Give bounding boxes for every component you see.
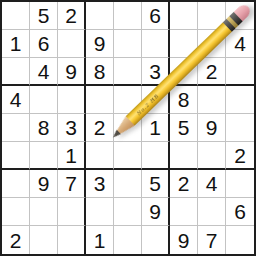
given-digit: 5 bbox=[38, 5, 50, 26]
cell-r5c1[interactable] bbox=[2, 114, 30, 142]
given-digit: 4 bbox=[10, 89, 22, 110]
cell-r6c8[interactable] bbox=[198, 142, 226, 170]
cell-r3c5[interactable] bbox=[114, 58, 142, 86]
cell-r7c5[interactable] bbox=[114, 170, 142, 198]
cell-r1c7[interactable] bbox=[170, 2, 198, 30]
cell-r9c6[interactable] bbox=[142, 226, 170, 254]
cell-r9c3[interactable] bbox=[58, 226, 86, 254]
cell-r3c6[interactable]: 3 bbox=[142, 58, 170, 86]
cell-r7c1[interactable] bbox=[2, 170, 30, 198]
cell-r4c9[interactable] bbox=[226, 86, 254, 114]
cell-r8c1[interactable] bbox=[2, 198, 30, 226]
cell-r1c2[interactable]: 5 bbox=[30, 2, 58, 30]
given-digit: 5 bbox=[149, 173, 161, 194]
cell-r1c6[interactable]: 6 bbox=[142, 2, 170, 30]
cell-r8c4[interactable] bbox=[86, 198, 114, 226]
given-digit: 2 bbox=[178, 173, 190, 194]
cell-r4c8[interactable] bbox=[198, 86, 226, 114]
cell-r4c3[interactable] bbox=[58, 86, 86, 114]
cell-r6c9[interactable]: 2 bbox=[226, 142, 254, 170]
given-digit: 4 bbox=[38, 61, 50, 82]
cell-r3c3[interactable]: 9 bbox=[58, 58, 86, 86]
cell-r5c6[interactable]: 1 bbox=[142, 114, 170, 142]
cell-r9c2[interactable] bbox=[30, 226, 58, 254]
cell-r1c3[interactable]: 2 bbox=[58, 2, 86, 30]
cell-r2c1[interactable]: 1 bbox=[2, 30, 30, 58]
given-digit: 9 bbox=[94, 33, 106, 54]
cell-r6c3[interactable]: 1 bbox=[58, 142, 86, 170]
cell-r2c9[interactable]: 4 bbox=[226, 30, 254, 58]
given-digit: 6 bbox=[38, 33, 50, 54]
cell-r7c3[interactable]: 7 bbox=[58, 170, 86, 198]
sudoku-grid: 5261694498324883215912973524962197 bbox=[2, 2, 254, 254]
cell-r4c1[interactable]: 4 bbox=[2, 86, 30, 114]
cell-r8c2[interactable] bbox=[30, 198, 58, 226]
cell-r6c1[interactable] bbox=[2, 142, 30, 170]
given-digit: 3 bbox=[94, 173, 106, 194]
cell-r2c7[interactable] bbox=[170, 30, 198, 58]
given-digit: 1 bbox=[65, 145, 77, 166]
given-digit: 7 bbox=[65, 173, 77, 194]
cell-r7c9[interactable] bbox=[226, 170, 254, 198]
cell-r8c5[interactable] bbox=[114, 198, 142, 226]
given-digit: 4 bbox=[206, 173, 218, 194]
cell-r6c7[interactable] bbox=[170, 142, 198, 170]
cell-r3c4[interactable]: 8 bbox=[86, 58, 114, 86]
cell-r3c2[interactable]: 4 bbox=[30, 58, 58, 86]
cell-r2c5[interactable] bbox=[114, 30, 142, 58]
cell-r6c2[interactable] bbox=[30, 142, 58, 170]
cell-r5c2[interactable]: 8 bbox=[30, 114, 58, 142]
cell-r5c4[interactable]: 2 bbox=[86, 114, 114, 142]
given-digit: 3 bbox=[65, 117, 77, 138]
given-digit: 2 bbox=[65, 5, 77, 26]
cell-r7c6[interactable]: 5 bbox=[142, 170, 170, 198]
cell-r3c1[interactable] bbox=[2, 58, 30, 86]
cell-r8c3[interactable] bbox=[58, 198, 86, 226]
cell-r2c2[interactable]: 6 bbox=[30, 30, 58, 58]
given-digit: 4 bbox=[234, 33, 246, 54]
cell-r3c8[interactable]: 2 bbox=[198, 58, 226, 86]
given-digit: 6 bbox=[149, 5, 161, 26]
cell-r9c8[interactable]: 7 bbox=[198, 226, 226, 254]
cell-r5c9[interactable] bbox=[226, 114, 254, 142]
cell-r5c8[interactable]: 9 bbox=[198, 114, 226, 142]
cell-r4c5[interactable] bbox=[114, 86, 142, 114]
sudoku-board: 5261694498324883215912973524962197 No.2 … bbox=[0, 0, 256, 256]
cell-r1c8[interactable] bbox=[198, 2, 226, 30]
cell-r2c6[interactable] bbox=[142, 30, 170, 58]
cell-r4c4[interactable] bbox=[86, 86, 114, 114]
given-digit: 9 bbox=[149, 201, 161, 222]
cell-r8c9[interactable]: 6 bbox=[226, 198, 254, 226]
given-digit: 2 bbox=[10, 230, 22, 251]
given-digit: 8 bbox=[94, 61, 106, 82]
given-digit: 7 bbox=[206, 230, 218, 251]
given-digit: 9 bbox=[65, 61, 77, 82]
cell-r6c5[interactable] bbox=[114, 142, 142, 170]
cell-r4c7[interactable]: 8 bbox=[170, 86, 198, 114]
cell-r2c4[interactable]: 9 bbox=[86, 30, 114, 58]
cell-r9c9[interactable] bbox=[226, 226, 254, 254]
given-digit: 1 bbox=[10, 33, 22, 54]
cell-r9c4[interactable]: 1 bbox=[86, 226, 114, 254]
cell-r6c4[interactable] bbox=[86, 142, 114, 170]
cell-r9c7[interactable]: 9 bbox=[170, 226, 198, 254]
given-digit: 1 bbox=[149, 117, 161, 138]
cell-r5c5[interactable] bbox=[114, 114, 142, 142]
cell-r7c4[interactable]: 3 bbox=[86, 170, 114, 198]
cell-r7c7[interactable]: 2 bbox=[170, 170, 198, 198]
cell-r1c4[interactable] bbox=[86, 2, 114, 30]
given-digit: 9 bbox=[206, 117, 218, 138]
given-digit: 3 bbox=[149, 61, 161, 82]
cell-r4c6[interactable] bbox=[142, 86, 170, 114]
cell-r5c3[interactable]: 3 bbox=[58, 114, 86, 142]
cell-r1c1[interactable] bbox=[2, 2, 30, 30]
cell-r7c8[interactable]: 4 bbox=[198, 170, 226, 198]
cell-r7c2[interactable]: 9 bbox=[30, 170, 58, 198]
cell-r9c1[interactable]: 2 bbox=[2, 226, 30, 254]
given-digit: 5 bbox=[178, 117, 190, 138]
cell-r8c7[interactable] bbox=[170, 198, 198, 226]
cell-r2c3[interactable] bbox=[58, 30, 86, 58]
given-digit: 8 bbox=[178, 89, 190, 110]
cell-r9c5[interactable] bbox=[114, 226, 142, 254]
given-digit: 9 bbox=[178, 230, 190, 251]
given-digit: 1 bbox=[94, 230, 106, 251]
given-digit: 2 bbox=[234, 145, 246, 166]
cell-r2c8[interactable] bbox=[198, 30, 226, 58]
given-digit: 8 bbox=[38, 117, 50, 138]
cell-r4c2[interactable] bbox=[30, 86, 58, 114]
cell-r1c9[interactable] bbox=[226, 2, 254, 30]
given-digit: 6 bbox=[234, 201, 246, 222]
cell-r8c6[interactable]: 9 bbox=[142, 198, 170, 226]
given-digit: 9 bbox=[38, 173, 50, 194]
given-digit: 2 bbox=[206, 61, 218, 82]
given-digit: 2 bbox=[94, 117, 106, 138]
cell-r6c6[interactable] bbox=[142, 142, 170, 170]
cell-r3c7[interactable] bbox=[170, 58, 198, 86]
cell-r1c5[interactable] bbox=[114, 2, 142, 30]
cell-r5c7[interactable]: 5 bbox=[170, 114, 198, 142]
cell-r3c9[interactable] bbox=[226, 58, 254, 86]
cell-r8c8[interactable] bbox=[198, 198, 226, 226]
